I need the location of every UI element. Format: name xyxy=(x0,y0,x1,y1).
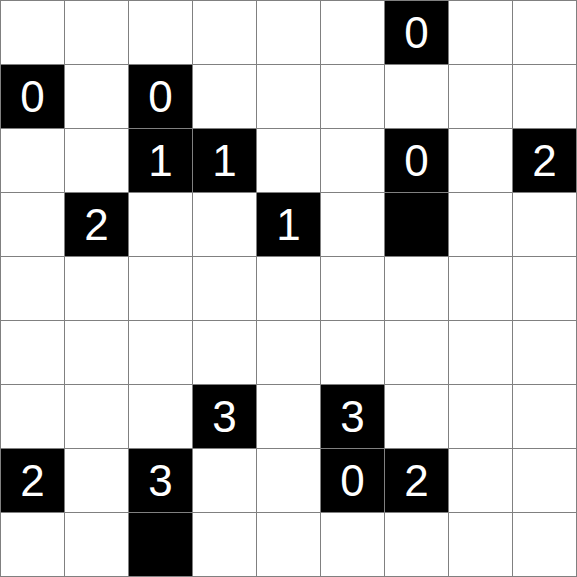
empty-cell-r4c3[interactable] xyxy=(193,257,257,321)
clue-cell-r7c5: 0 xyxy=(321,449,385,513)
empty-cell-r7c1[interactable] xyxy=(65,449,129,513)
empty-cell-r0c5[interactable] xyxy=(321,1,385,65)
clue-cell-r3c4: 1 xyxy=(257,193,321,257)
empty-cell-r4c4[interactable] xyxy=(257,257,321,321)
empty-cell-r8c7[interactable] xyxy=(449,513,513,577)
empty-cell-r5c3[interactable] xyxy=(193,321,257,385)
empty-cell-r4c0[interactable] xyxy=(1,257,65,321)
clue-cell-r2c2: 1 xyxy=(129,129,193,193)
empty-cell-r1c8[interactable] xyxy=(513,65,577,129)
clue-cell-r3c1: 2 xyxy=(65,193,129,257)
empty-cell-r5c1[interactable] xyxy=(65,321,129,385)
clue-cell-r2c8: 2 xyxy=(513,129,577,193)
empty-cell-r5c6[interactable] xyxy=(385,321,449,385)
empty-cell-r8c1[interactable] xyxy=(65,513,129,577)
empty-cell-r3c3[interactable] xyxy=(193,193,257,257)
clue-cell-r7c0: 2 xyxy=(1,449,65,513)
empty-cell-r1c4[interactable] xyxy=(257,65,321,129)
empty-cell-r3c0[interactable] xyxy=(1,193,65,257)
empty-cell-r0c0[interactable] xyxy=(1,1,65,65)
empty-cell-r4c8[interactable] xyxy=(513,257,577,321)
empty-cell-r0c2[interactable] xyxy=(129,1,193,65)
empty-cell-r4c6[interactable] xyxy=(385,257,449,321)
empty-cell-r8c0[interactable] xyxy=(1,513,65,577)
empty-cell-r8c5[interactable] xyxy=(321,513,385,577)
empty-cell-r2c7[interactable] xyxy=(449,129,513,193)
empty-cell-r6c7[interactable] xyxy=(449,385,513,449)
clue-cell-r7c6: 2 xyxy=(385,449,449,513)
clue-cell-r0c6: 0 xyxy=(385,1,449,65)
empty-cell-r6c2[interactable] xyxy=(129,385,193,449)
empty-cell-r4c2[interactable] xyxy=(129,257,193,321)
empty-cell-r2c0[interactable] xyxy=(1,129,65,193)
empty-cell-r2c5[interactable] xyxy=(321,129,385,193)
empty-cell-r6c1[interactable] xyxy=(65,385,129,449)
empty-cell-r7c8[interactable] xyxy=(513,449,577,513)
empty-cell-r1c7[interactable] xyxy=(449,65,513,129)
empty-cell-r3c8[interactable] xyxy=(513,193,577,257)
empty-cell-r3c2[interactable] xyxy=(129,193,193,257)
wall-cell-r8c2 xyxy=(129,513,193,577)
empty-cell-r6c4[interactable] xyxy=(257,385,321,449)
empty-cell-r1c6[interactable] xyxy=(385,65,449,129)
empty-cell-r0c7[interactable] xyxy=(449,1,513,65)
empty-cell-r5c8[interactable] xyxy=(513,321,577,385)
empty-cell-r3c5[interactable] xyxy=(321,193,385,257)
wall-cell-r3c6 xyxy=(385,193,449,257)
clue-cell-r2c3: 1 xyxy=(193,129,257,193)
empty-cell-r4c5[interactable] xyxy=(321,257,385,321)
empty-cell-r6c6[interactable] xyxy=(385,385,449,449)
empty-cell-r1c1[interactable] xyxy=(65,65,129,129)
empty-cell-r8c3[interactable] xyxy=(193,513,257,577)
clue-cell-r6c5: 3 xyxy=(321,385,385,449)
empty-cell-r4c7[interactable] xyxy=(449,257,513,321)
empty-cell-r5c2[interactable] xyxy=(129,321,193,385)
puzzle-board: 000110221332302 xyxy=(0,0,577,577)
empty-cell-r7c7[interactable] xyxy=(449,449,513,513)
empty-cell-r5c4[interactable] xyxy=(257,321,321,385)
empty-cell-r5c0[interactable] xyxy=(1,321,65,385)
empty-cell-r5c7[interactable] xyxy=(449,321,513,385)
empty-cell-r7c4[interactable] xyxy=(257,449,321,513)
clue-cell-r2c6: 0 xyxy=(385,129,449,193)
clue-cell-r1c0: 0 xyxy=(1,65,65,129)
empty-cell-r3c7[interactable] xyxy=(449,193,513,257)
empty-cell-r5c5[interactable] xyxy=(321,321,385,385)
empty-cell-r1c3[interactable] xyxy=(193,65,257,129)
empty-cell-r8c8[interactable] xyxy=(513,513,577,577)
empty-cell-r8c4[interactable] xyxy=(257,513,321,577)
empty-cell-r6c8[interactable] xyxy=(513,385,577,449)
empty-cell-r6c0[interactable] xyxy=(1,385,65,449)
empty-cell-r0c3[interactable] xyxy=(193,1,257,65)
clue-cell-r7c2: 3 xyxy=(129,449,193,513)
empty-cell-r2c4[interactable] xyxy=(257,129,321,193)
empty-cell-r0c8[interactable] xyxy=(513,1,577,65)
empty-cell-r8c6[interactable] xyxy=(385,513,449,577)
clue-cell-r6c3: 3 xyxy=(193,385,257,449)
empty-cell-r0c4[interactable] xyxy=(257,1,321,65)
empty-cell-r0c1[interactable] xyxy=(65,1,129,65)
clue-cell-r1c2: 0 xyxy=(129,65,193,129)
empty-cell-r2c1[interactable] xyxy=(65,129,129,193)
empty-cell-r7c3[interactable] xyxy=(193,449,257,513)
empty-cell-r1c5[interactable] xyxy=(321,65,385,129)
empty-cell-r4c1[interactable] xyxy=(65,257,129,321)
